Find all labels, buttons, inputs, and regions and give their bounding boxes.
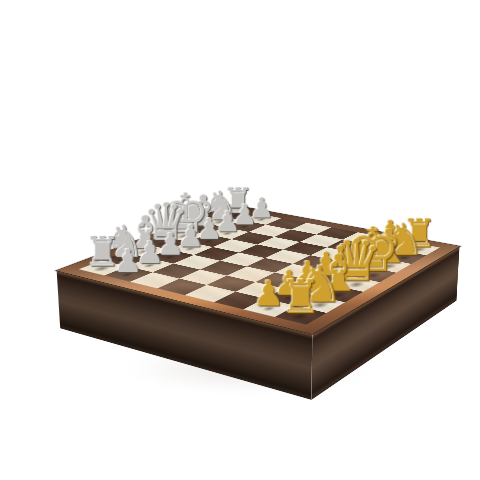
chess-board: ♜♞♝♛♚♝♞♜♟♟♟♟♟♟♟♟♟♟♟♟♟♟♟♟♜♞♝♛♚♝♞♜: [57, 205, 460, 334]
chess-board-box: ♜♞♝♛♚♝♞♜♟♟♟♟♟♟♟♟♟♟♟♟♟♟♟♟♜♞♝♛♚♝♞♜: [57, 205, 460, 334]
product-photo: ♜♞♝♛♚♝♞♜♟♟♟♟♟♟♟♟♟♟♟♟♟♟♟♟♜♞♝♛♚♝♞♜: [0, 0, 480, 480]
scene: ♜♞♝♛♚♝♞♜♟♟♟♟♟♟♟♟♟♟♟♟♟♟♟♟♜♞♝♛♚♝♞♜: [0, 0, 480, 480]
